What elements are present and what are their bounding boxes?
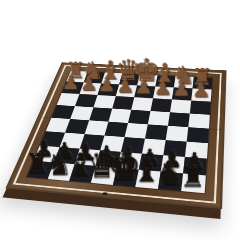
square-g6[interactable] xyxy=(170,100,191,114)
square-a4[interactable] xyxy=(46,118,70,133)
square-b5[interactable] xyxy=(70,106,93,120)
piece-tan-pawn[interactable]: ♟ xyxy=(80,74,97,93)
square-c5[interactable] xyxy=(89,107,112,121)
square-f7[interactable]: ♟ xyxy=(153,86,174,99)
square-f4[interactable] xyxy=(145,124,168,140)
square-f5[interactable] xyxy=(148,111,170,126)
square-h1[interactable]: ♜ xyxy=(181,174,206,194)
square-g7[interactable]: ♟ xyxy=(172,87,193,100)
photo-scene: ♜♞♝♛♚♝♞♜♟♟♟♟♟♟♟♟♟♟♟♟♟♟♟♟♜♞♝♛♚♝♞♜ xyxy=(0,0,240,240)
square-h5[interactable] xyxy=(188,114,210,129)
square-b4[interactable] xyxy=(65,119,89,134)
square-g5[interactable] xyxy=(168,112,190,127)
square-h4[interactable] xyxy=(187,127,209,143)
board-clasp xyxy=(102,192,107,195)
square-h7[interactable]: ♟ xyxy=(191,89,211,102)
piece-tan-pawn[interactable]: ♟ xyxy=(192,80,210,100)
square-h6[interactable] xyxy=(190,101,211,115)
board-squares: ♜♞♝♛♚♝♞♜♟♟♟♟♟♟♟♟♟♟♟♟♟♟♟♟♜♞♝♛♚♝♞♜ xyxy=(27,71,213,194)
piece-tan-pawn[interactable]: ♟ xyxy=(98,75,116,95)
chess-board: ♜♞♝♛♚♝♞♜♟♟♟♟♟♟♟♟♟♟♟♟♟♟♟♟♜♞♝♛♚♝♞♜ xyxy=(5,62,226,209)
piece-tan-pawn[interactable]: ♟ xyxy=(116,76,134,96)
piece-tan-pawn[interactable]: ♟ xyxy=(135,77,153,97)
square-g4[interactable] xyxy=(166,126,189,142)
square-c6[interactable] xyxy=(93,95,115,108)
piece-tan-pawn[interactable]: ♟ xyxy=(154,78,172,98)
square-f6[interactable] xyxy=(150,98,172,112)
piece-black-rook[interactable]: ♜ xyxy=(180,162,206,191)
square-e7[interactable]: ♟ xyxy=(134,85,155,98)
piece-tan-pawn[interactable]: ♟ xyxy=(62,74,79,93)
piece-tan-pawn[interactable]: ♟ xyxy=(173,79,191,99)
